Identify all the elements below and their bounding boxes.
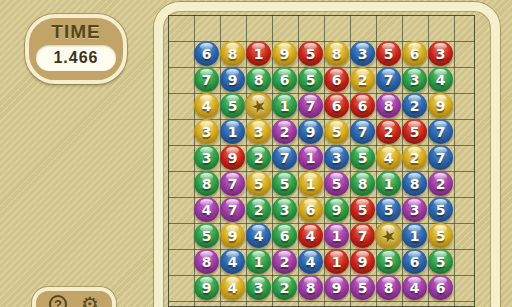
ball-yellow-4[interactable]: 4 xyxy=(220,275,245,300)
ball-number: 9 xyxy=(280,46,290,62)
ball-purple-8[interactable]: 8 xyxy=(194,249,219,274)
ball-yellow-6[interactable]: 6 xyxy=(402,41,427,66)
ball-purple-5[interactable]: 5 xyxy=(350,275,375,300)
ball-number: 3 xyxy=(436,46,446,62)
ball-blue-4[interactable]: 4 xyxy=(220,249,245,274)
ball-yellow-2[interactable]: 2 xyxy=(350,67,375,92)
ball-number: 4 xyxy=(384,150,394,166)
ball-yellow-8[interactable]: 8 xyxy=(220,41,245,66)
ball-red-3[interactable]: 3 xyxy=(428,41,453,66)
ball-number: 5 xyxy=(228,98,238,114)
ball-number: 2 xyxy=(358,72,368,88)
ball-green-2[interactable]: 2 xyxy=(272,275,297,300)
ball-number: 4 xyxy=(436,72,446,88)
ball-number: 9 xyxy=(202,280,212,296)
ball-green-5[interactable]: 5 xyxy=(220,93,245,118)
ball-number: 5 xyxy=(384,46,394,62)
ball-number: 5 xyxy=(332,176,342,192)
ball-number: 5 xyxy=(358,202,368,218)
ball-number: 8 xyxy=(228,46,238,62)
help-button[interactable]: ? xyxy=(49,295,67,307)
ball-yellow-4[interactable]: 4 xyxy=(376,145,401,170)
ball-yellow-5[interactable]: 5 xyxy=(246,171,271,196)
ball-number: 8 xyxy=(202,176,212,192)
ball-purple-6[interactable]: 6 xyxy=(428,275,453,300)
ball-green-5[interactable]: 5 xyxy=(298,67,323,92)
ball-number: 3 xyxy=(332,150,342,166)
ball-yellow-6[interactable]: 6 xyxy=(298,197,323,222)
settings-button[interactable]: ⚙ xyxy=(81,295,99,307)
ball-number: 4 xyxy=(202,202,212,218)
ball-number: 2 xyxy=(436,176,446,192)
ball-blue-6[interactable]: 6 xyxy=(194,41,219,66)
ball-green-5[interactable]: 5 xyxy=(350,145,375,170)
help-settings-panel: ? ⚙ xyxy=(32,287,116,307)
ball-red-2[interactable]: 2 xyxy=(376,119,401,144)
ball-green-8[interactable]: 8 xyxy=(194,171,219,196)
ball-number: 8 xyxy=(358,176,368,192)
ball-blue-7[interactable]: 7 xyxy=(428,145,453,170)
ball-purple-5[interactable]: 5 xyxy=(324,171,349,196)
ball-green-5[interactable]: 5 xyxy=(272,171,297,196)
ball-purple-3[interactable]: 3 xyxy=(402,197,427,222)
ball-red-1[interactable]: 1 xyxy=(324,249,349,274)
ball-number: 3 xyxy=(202,124,212,140)
ball-number: 1 xyxy=(228,124,238,140)
gear-icon: ⚙ xyxy=(81,293,99,307)
ball-red-9[interactable]: 9 xyxy=(220,145,245,170)
ball-red-9[interactable]: 9 xyxy=(350,249,375,274)
ball-number: 6 xyxy=(332,98,342,114)
ball-green-8[interactable]: 8 xyxy=(246,67,271,92)
question-mark-icon: ? xyxy=(54,297,62,307)
ball-purple-2[interactable]: 2 xyxy=(272,249,297,274)
ball-number: 5 xyxy=(306,72,316,88)
ball-number: 6 xyxy=(280,228,290,244)
ball-purple-1[interactable]: 1 xyxy=(324,223,349,248)
ball-green-5[interactable]: 5 xyxy=(376,249,401,274)
ball-red-5[interactable]: 5 xyxy=(402,119,427,144)
ball-blue-1[interactable]: 1 xyxy=(402,223,427,248)
ball-number: 6 xyxy=(306,202,316,218)
ball-number: 2 xyxy=(410,98,420,114)
ball-blue-7[interactable]: 7 xyxy=(350,119,375,144)
ball-number: 4 xyxy=(410,280,420,296)
ball-number: 2 xyxy=(254,202,264,218)
ball-number: 7 xyxy=(358,124,368,140)
ball-blue-6[interactable]: 6 xyxy=(402,249,427,274)
ball-blue-7[interactable]: 7 xyxy=(272,145,297,170)
ball-number: 3 xyxy=(254,124,264,140)
ball-blue-7[interactable]: 7 xyxy=(428,119,453,144)
ball-blue-3[interactable]: 3 xyxy=(350,41,375,66)
ball-number: 2 xyxy=(254,150,264,166)
ball-number: 7 xyxy=(306,98,316,114)
ball-blue-4[interactable]: 4 xyxy=(298,249,323,274)
ball-green-3[interactable]: 3 xyxy=(194,145,219,170)
ball-blue-9[interactable]: 9 xyxy=(298,119,323,144)
ball-green-8[interactable]: 8 xyxy=(350,171,375,196)
time-value-pill: 1.466 xyxy=(36,45,116,71)
ball-number: 9 xyxy=(228,72,238,88)
ball-number: 4 xyxy=(306,254,316,270)
ball-number: 9 xyxy=(436,98,446,114)
ball-red-6[interactable]: 6 xyxy=(324,67,349,92)
ball-number: 1 xyxy=(306,176,316,192)
ball-blue-9[interactable]: 9 xyxy=(220,67,245,92)
ball-number: 5 xyxy=(254,176,264,192)
ball-number: 5 xyxy=(410,124,420,140)
ball-green-6[interactable]: 6 xyxy=(272,223,297,248)
ball-number: 5 xyxy=(436,228,446,244)
ball-number: 6 xyxy=(358,98,368,114)
ball-number: 4 xyxy=(228,280,238,296)
ball-number: 3 xyxy=(280,202,290,218)
ball-number: 9 xyxy=(228,228,238,244)
ball-red-5[interactable]: 5 xyxy=(376,41,401,66)
ball-number: 4 xyxy=(306,228,316,244)
ball-red-4[interactable]: 4 xyxy=(298,223,323,248)
ball-number: 7 xyxy=(280,150,290,166)
ball-number: 3 xyxy=(410,72,420,88)
ball-number: 7 xyxy=(228,202,238,218)
ball-yellow-4[interactable]: 4 xyxy=(194,93,219,118)
ball-yellow-8[interactable]: 8 xyxy=(324,41,349,66)
ball-number: 6 xyxy=(332,72,342,88)
ball-number: 1 xyxy=(254,254,264,270)
ball-purple-1[interactable]: 1 xyxy=(298,145,323,170)
ball-blue-5[interactable]: 5 xyxy=(428,197,453,222)
ball-number: 6 xyxy=(280,72,290,88)
ball-blue-5[interactable]: 5 xyxy=(376,197,401,222)
ball-blue-3[interactable]: 3 xyxy=(324,145,349,170)
ball-blue-1[interactable]: 1 xyxy=(220,119,245,144)
ball-green-3[interactable]: 3 xyxy=(272,197,297,222)
ball-number: 3 xyxy=(202,150,212,166)
ball-green-5[interactable]: 5 xyxy=(194,223,219,248)
ball-number: 7 xyxy=(384,72,394,88)
ball-red-5[interactable]: 5 xyxy=(350,197,375,222)
ball-number: 9 xyxy=(358,254,368,270)
ball-blue-4[interactable]: 4 xyxy=(246,223,271,248)
ball-purple-7[interactable]: 7 xyxy=(298,93,323,118)
ball-purple-8[interactable]: 8 xyxy=(298,275,323,300)
ball-number: 5 xyxy=(202,228,212,244)
ball-number: 8 xyxy=(254,72,264,88)
ball-green-1[interactable]: 1 xyxy=(246,249,271,274)
ball-number: 7 xyxy=(436,150,446,166)
ball-number: 8 xyxy=(306,280,316,296)
ball-number: 7 xyxy=(202,72,212,88)
ball-number: 5 xyxy=(358,280,368,296)
ball-purple-4[interactable]: 4 xyxy=(194,197,219,222)
ball-number: 2 xyxy=(280,280,290,296)
ball-red-5[interactable]: 5 xyxy=(298,41,323,66)
ball-purple-7[interactable]: 7 xyxy=(220,197,245,222)
ball-green-9[interactable]: 9 xyxy=(194,275,219,300)
star-coin[interactable]: ★ xyxy=(246,93,271,118)
ball-number: 8 xyxy=(202,254,212,270)
ball-yellow-5[interactable]: 5 xyxy=(428,223,453,248)
ball-number: 5 xyxy=(358,150,368,166)
ball-number: 4 xyxy=(228,254,238,270)
ball-number: 8 xyxy=(332,46,342,62)
ball-number: 1 xyxy=(332,254,342,270)
ball-number: 1 xyxy=(384,176,394,192)
ball-red-7[interactable]: 7 xyxy=(350,223,375,248)
ball-red-6[interactable]: 6 xyxy=(350,93,375,118)
ball-number: 5 xyxy=(280,176,290,192)
ball-purple-2[interactable]: 2 xyxy=(272,119,297,144)
ball-green-5[interactable]: 5 xyxy=(428,249,453,274)
ball-green-6[interactable]: 6 xyxy=(272,67,297,92)
ball-green-7[interactable]: 7 xyxy=(194,67,219,92)
ball-number: 5 xyxy=(436,254,446,270)
ball-number: 3 xyxy=(410,202,420,218)
ball-yellow-9[interactable]: 9 xyxy=(272,41,297,66)
ball-number: 7 xyxy=(228,176,238,192)
ball-number: 8 xyxy=(384,280,394,296)
ball-layer: 6819583563798656273445★17668293132957257… xyxy=(194,41,454,301)
ball-number: 5 xyxy=(384,202,394,218)
ball-number: 5 xyxy=(332,124,342,140)
ball-number: 7 xyxy=(436,124,446,140)
ball-number: 9 xyxy=(306,124,316,140)
time-panel: TIME 1.466 xyxy=(25,14,127,84)
ball-green-1[interactable]: 1 xyxy=(376,171,401,196)
ball-number: 3 xyxy=(358,46,368,62)
star-icon: ★ xyxy=(248,93,269,117)
ball-number: 2 xyxy=(280,124,290,140)
ball-number: 3 xyxy=(254,280,264,296)
ball-green-9[interactable]: 9 xyxy=(324,197,349,222)
ball-number: 8 xyxy=(410,176,420,192)
ball-number: 7 xyxy=(358,228,368,244)
ball-green-3[interactable]: 3 xyxy=(246,275,271,300)
ball-number: 9 xyxy=(228,150,238,166)
ball-number: 2 xyxy=(384,124,394,140)
ball-yellow-2[interactable]: 2 xyxy=(402,145,427,170)
ball-purple-8[interactable]: 8 xyxy=(376,275,401,300)
ball-yellow-1[interactable]: 1 xyxy=(298,171,323,196)
ball-number: 5 xyxy=(384,254,394,270)
time-value: 1.466 xyxy=(53,49,98,67)
ball-purple-8[interactable]: 8 xyxy=(376,93,401,118)
ball-purple-2[interactable]: 2 xyxy=(428,171,453,196)
ball-green-4[interactable]: 4 xyxy=(428,67,453,92)
ball-yellow-5[interactable]: 5 xyxy=(324,119,349,144)
ball-yellow-9[interactable]: 9 xyxy=(220,223,245,248)
ball-number: 1 xyxy=(306,150,316,166)
ball-number: 6 xyxy=(202,46,212,62)
star-icon: ★ xyxy=(378,223,399,247)
ball-blue-2[interactable]: 2 xyxy=(402,93,427,118)
ball-number: 2 xyxy=(280,254,290,270)
ball-green-1[interactable]: 1 xyxy=(272,93,297,118)
ball-green-3[interactable]: 3 xyxy=(402,67,427,92)
ball-number: 1 xyxy=(410,228,420,244)
ball-number: 6 xyxy=(436,280,446,296)
ball-red-1[interactable]: 1 xyxy=(246,41,271,66)
ball-number: 6 xyxy=(410,254,420,270)
ball-number: 1 xyxy=(280,98,290,114)
time-label: TIME xyxy=(51,21,100,43)
ball-yellow-9[interactable]: 9 xyxy=(428,93,453,118)
ball-blue-8[interactable]: 8 xyxy=(402,171,427,196)
ball-yellow-3[interactable]: 3 xyxy=(246,119,271,144)
ball-number: 4 xyxy=(254,228,264,244)
ball-number: 9 xyxy=(332,202,342,218)
ball-blue-7[interactable]: 7 xyxy=(376,67,401,92)
ball-number: 2 xyxy=(410,150,420,166)
ball-number: 1 xyxy=(254,46,264,62)
star-coin[interactable]: ★ xyxy=(376,223,401,248)
ball-red-6[interactable]: 6 xyxy=(324,93,349,118)
ball-number: 5 xyxy=(436,202,446,218)
ball-number: 6 xyxy=(410,46,420,62)
ball-green-2[interactable]: 2 xyxy=(246,145,271,170)
ball-purple-9[interactable]: 9 xyxy=(324,275,349,300)
ball-number: 9 xyxy=(332,280,342,296)
ball-number: 5 xyxy=(306,46,316,62)
ball-purple-7[interactable]: 7 xyxy=(220,171,245,196)
ball-yellow-3[interactable]: 3 xyxy=(194,119,219,144)
ball-number: 4 xyxy=(202,98,212,114)
ball-green-2[interactable]: 2 xyxy=(246,197,271,222)
ball-purple-4[interactable]: 4 xyxy=(402,275,427,300)
ball-number: 1 xyxy=(332,228,342,244)
ball-number: 8 xyxy=(384,98,394,114)
